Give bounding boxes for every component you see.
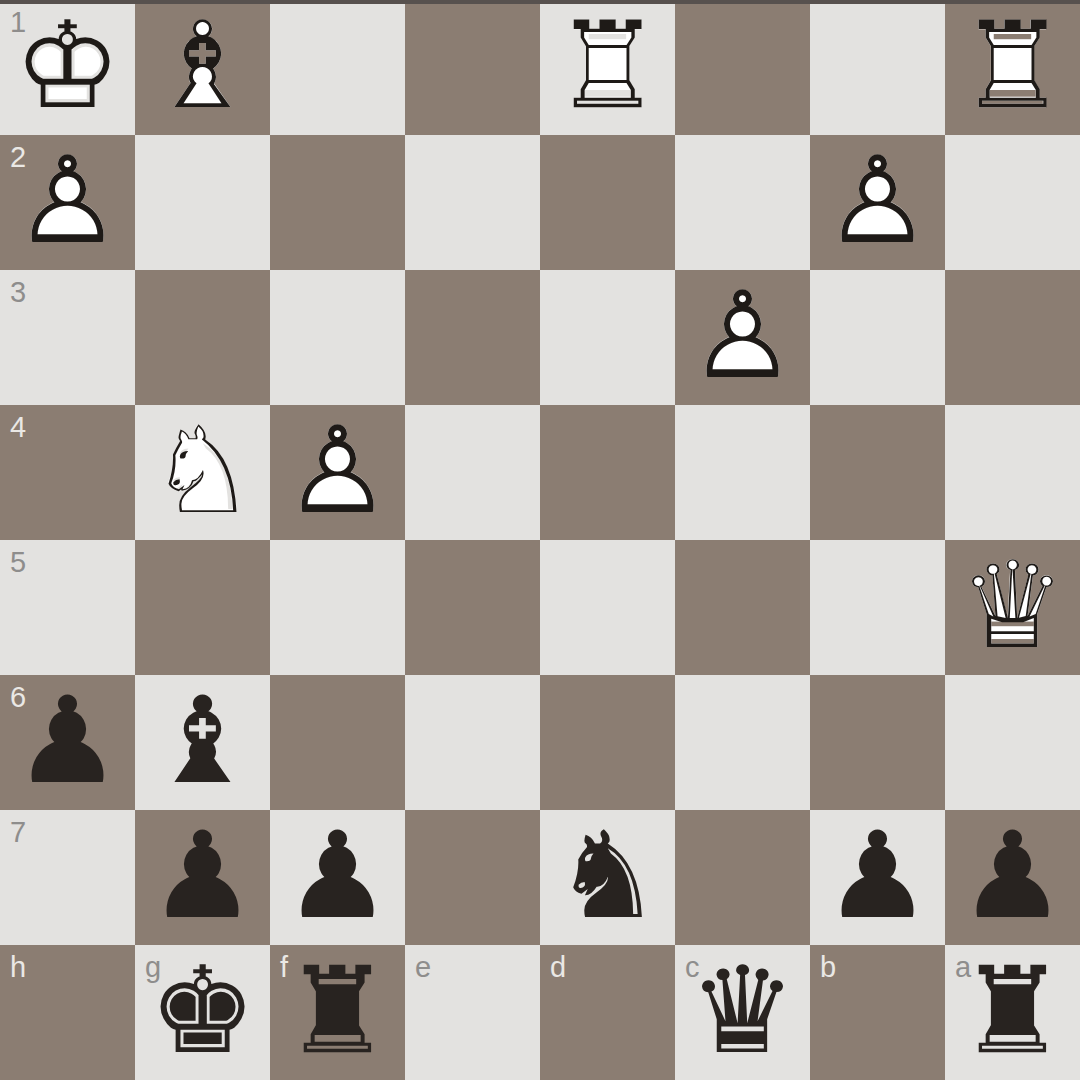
file-label-b: b [820, 953, 836, 982]
square-a6[interactable] [945, 675, 1080, 810]
square-h3[interactable]: 3 [0, 270, 135, 405]
square-d7[interactable]: ♞ [540, 810, 675, 945]
white-queen-icon-outline: ♕ [945, 540, 1080, 675]
rank-label-7: 7 [10, 818, 26, 847]
square-b8[interactable]: b [810, 945, 945, 1080]
square-e8[interactable]: e [405, 945, 540, 1080]
white-pawn-c3[interactable]: ♟♙ [675, 270, 810, 405]
rank-label-4: 4 [10, 413, 26, 442]
square-h4[interactable]: 4 [0, 405, 135, 540]
square-a1[interactable]: ♜♖ [945, 0, 1080, 135]
square-g7[interactable]: ♟ [135, 810, 270, 945]
white-pawn-b2[interactable]: ♟♙ [810, 135, 945, 270]
square-f3[interactable] [270, 270, 405, 405]
black-pawn-f7[interactable]: ♟ [270, 810, 405, 945]
square-f8[interactable]: f♜ [270, 945, 405, 1080]
square-d2[interactable] [540, 135, 675, 270]
square-h7[interactable]: 7 [0, 810, 135, 945]
square-b7[interactable]: ♟ [810, 810, 945, 945]
square-f4[interactable]: ♟♙ [270, 405, 405, 540]
square-d8[interactable]: d [540, 945, 675, 1080]
square-d3[interactable] [540, 270, 675, 405]
black-king-g8[interactable]: ♚ [135, 945, 270, 1080]
square-h1[interactable]: 1♚♔ [0, 0, 135, 135]
white-pawn-f4[interactable]: ♟♙ [270, 405, 405, 540]
black-bishop-icon: ♝ [135, 675, 270, 810]
square-d4[interactable] [540, 405, 675, 540]
black-pawn-a7[interactable]: ♟ [945, 810, 1080, 945]
black-knight-icon: ♞ [540, 810, 675, 945]
white-pawn-icon-outline: ♙ [810, 135, 945, 270]
square-b4[interactable] [810, 405, 945, 540]
square-c7[interactable] [675, 810, 810, 945]
square-d5[interactable] [540, 540, 675, 675]
white-rook-icon-outline: ♖ [540, 0, 675, 135]
white-bishop-icon-outline: ♗ [135, 0, 270, 135]
chess-board: 1♚♔♝♗♜♖♜♖2♟♙♟♙3♟♙4♞♘♟♙5♛♕6♟♝7♟♟♞♟♟hg♚f♜e… [0, 0, 1080, 1080]
square-h8[interactable]: h [0, 945, 135, 1080]
square-g5[interactable] [135, 540, 270, 675]
square-e3[interactable] [405, 270, 540, 405]
file-label-h: h [10, 953, 26, 982]
square-a5[interactable]: ♛♕ [945, 540, 1080, 675]
square-e7[interactable] [405, 810, 540, 945]
square-e1[interactable] [405, 0, 540, 135]
black-pawn-icon: ♟ [810, 810, 945, 945]
square-a7[interactable]: ♟ [945, 810, 1080, 945]
black-bishop-g6[interactable]: ♝ [135, 675, 270, 810]
square-e5[interactable] [405, 540, 540, 675]
square-a3[interactable] [945, 270, 1080, 405]
white-pawn-h2[interactable]: ♟♙ [0, 135, 135, 270]
black-pawn-icon: ♟ [0, 675, 135, 810]
white-rook-a1[interactable]: ♜♖ [945, 0, 1080, 135]
square-c4[interactable] [675, 405, 810, 540]
white-knight-g4[interactable]: ♞♘ [135, 405, 270, 540]
square-f2[interactable] [270, 135, 405, 270]
black-rook-f8[interactable]: ♜ [270, 945, 405, 1080]
white-pawn-icon-outline: ♙ [675, 270, 810, 405]
square-b3[interactable] [810, 270, 945, 405]
black-pawn-icon: ♟ [945, 810, 1080, 945]
square-g4[interactable]: ♞♘ [135, 405, 270, 540]
white-rook-d1[interactable]: ♜♖ [540, 0, 675, 135]
white-king-h1[interactable]: ♚♔ [0, 0, 135, 135]
square-b2[interactable]: ♟♙ [810, 135, 945, 270]
square-e6[interactable] [405, 675, 540, 810]
black-pawn-icon: ♟ [135, 810, 270, 945]
black-knight-d7[interactable]: ♞ [540, 810, 675, 945]
square-f7[interactable]: ♟ [270, 810, 405, 945]
square-e4[interactable] [405, 405, 540, 540]
white-queen-a5[interactable]: ♛♕ [945, 540, 1080, 675]
square-f1[interactable] [270, 0, 405, 135]
black-rook-icon: ♜ [270, 945, 405, 1080]
black-king-icon: ♚ [135, 945, 270, 1080]
square-f5[interactable] [270, 540, 405, 675]
square-c3[interactable]: ♟♙ [675, 270, 810, 405]
black-pawn-h6[interactable]: ♟ [0, 675, 135, 810]
black-pawn-g7[interactable]: ♟ [135, 810, 270, 945]
square-c2[interactable] [675, 135, 810, 270]
square-a4[interactable] [945, 405, 1080, 540]
square-h6[interactable]: 6♟ [0, 675, 135, 810]
black-rook-a8[interactable]: ♜ [945, 945, 1080, 1080]
white-king-icon-outline: ♔ [0, 0, 135, 135]
square-c5[interactable] [675, 540, 810, 675]
black-pawn-icon: ♟ [270, 810, 405, 945]
square-c1[interactable] [675, 0, 810, 135]
black-queen-icon: ♛ [675, 945, 810, 1080]
square-b5[interactable] [810, 540, 945, 675]
rank-label-5: 5 [10, 548, 26, 577]
square-h2[interactable]: 2♟♙ [0, 135, 135, 270]
white-bishop-g1[interactable]: ♝♗ [135, 0, 270, 135]
square-g1[interactable]: ♝♗ [135, 0, 270, 135]
square-a2[interactable] [945, 135, 1080, 270]
square-c8[interactable]: c♛ [675, 945, 810, 1080]
black-rook-icon: ♜ [945, 945, 1080, 1080]
square-a8[interactable]: a♜ [945, 945, 1080, 1080]
white-knight-icon-outline: ♘ [135, 405, 270, 540]
square-f6[interactable] [270, 675, 405, 810]
square-c6[interactable] [675, 675, 810, 810]
square-h5[interactable]: 5 [0, 540, 135, 675]
black-pawn-b7[interactable]: ♟ [810, 810, 945, 945]
black-queen-c8[interactable]: ♛ [675, 945, 810, 1080]
white-pawn-icon-outline: ♙ [0, 135, 135, 270]
square-g6[interactable]: ♝ [135, 675, 270, 810]
rank-label-3: 3 [10, 278, 26, 307]
square-g2[interactable] [135, 135, 270, 270]
square-g3[interactable] [135, 270, 270, 405]
white-pawn-icon-outline: ♙ [270, 405, 405, 540]
white-rook-icon-outline: ♖ [945, 0, 1080, 135]
square-d1[interactable]: ♜♖ [540, 0, 675, 135]
square-d6[interactable] [540, 675, 675, 810]
square-g8[interactable]: g♚ [135, 945, 270, 1080]
square-e2[interactable] [405, 135, 540, 270]
file-label-e: e [415, 953, 431, 982]
square-b6[interactable] [810, 675, 945, 810]
square-b1[interactable] [810, 0, 945, 135]
file-label-d: d [550, 953, 566, 982]
